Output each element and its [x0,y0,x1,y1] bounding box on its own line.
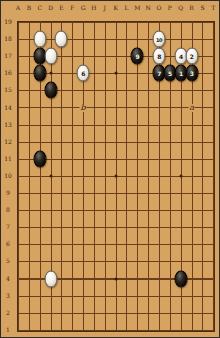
col-label-G: G [81,5,86,11]
star-point-D10 [49,174,52,177]
white-stone-O17: 8 [153,48,166,65]
move-number-2: 2 [190,53,194,59]
col-label-T: T [211,5,215,11]
move-number-8: 8 [157,53,161,59]
row-label-16: 16 [4,70,12,76]
move-number-5: 5 [168,70,172,76]
col-label-E: E [59,5,63,11]
row-label-3: 3 [6,293,10,299]
move-number-3: 3 [190,70,194,76]
col-label-L: L [125,5,129,11]
annotation-b: b [80,104,87,112]
move-number-1: 1 [179,70,183,76]
col-label-N: N [146,5,151,11]
col-label-S: S [200,5,204,11]
white-stone-D17 [44,48,57,65]
row-label-8: 8 [6,207,10,213]
row-label-2: 2 [6,310,10,316]
move-number-10: 10 [156,36,162,42]
col-label-C: C [37,5,42,11]
move-number-4: 4 [179,53,183,59]
col-label-D: D [48,5,53,11]
go-diagram: 97513610842 ABCDEFGHJKLMNOPQRST191817161… [0,0,220,338]
col-label-H: H [91,5,96,11]
white-stone-G16: 6 [77,65,90,82]
col-label-Q: Q [178,5,183,11]
col-label-M: M [134,5,140,11]
col-label-O: O [157,5,162,11]
row-label-11: 11 [4,156,12,162]
col-label-A: A [16,5,20,11]
row-label-12: 12 [4,139,12,145]
black-stone-R16: 3 [185,65,198,82]
star-point-K4 [114,277,117,280]
annotation-a: a [188,104,195,112]
black-stone-D15 [44,82,57,99]
row-label-5: 5 [6,258,10,264]
row-label-13: 13 [4,122,12,128]
white-stone-O18: 10 [153,31,166,48]
col-label-P: P [168,5,172,11]
black-stone-C16 [33,65,46,82]
move-number-6: 6 [81,70,85,76]
star-point-D16 [49,72,52,75]
row-label-14: 14 [4,105,12,111]
col-label-B: B [27,5,31,11]
move-number-7: 7 [157,70,161,76]
col-label-J: J [104,5,106,11]
white-stone-E18 [55,31,68,48]
row-label-15: 15 [4,87,12,93]
row-label-4: 4 [6,276,10,282]
white-stone-C18 [33,31,46,48]
row-label-7: 7 [6,224,10,230]
move-number-9: 9 [136,53,140,59]
white-stone-D4 [44,270,57,287]
black-stone-M17: 9 [131,48,144,65]
row-label-19: 19 [4,19,12,25]
row-label-6: 6 [6,241,10,247]
col-label-F: F [70,5,74,11]
row-label-10: 10 [4,173,12,179]
black-stone-Q4 [174,270,187,287]
col-label-R: R [189,5,194,11]
star-point-Q10 [179,174,182,177]
row-label-1: 1 [6,327,10,333]
star-point-K10 [114,174,117,177]
black-stone-C11 [33,150,46,167]
star-point-K16 [114,72,117,75]
row-label-18: 18 [4,36,12,42]
col-label-K: K [113,5,117,11]
row-label-9: 9 [6,190,10,196]
row-label-17: 17 [4,53,12,59]
go-board: 97513610842 ABCDEFGHJKLMNOPQRST191817161… [1,1,219,337]
white-stone-R17: 2 [185,48,198,65]
